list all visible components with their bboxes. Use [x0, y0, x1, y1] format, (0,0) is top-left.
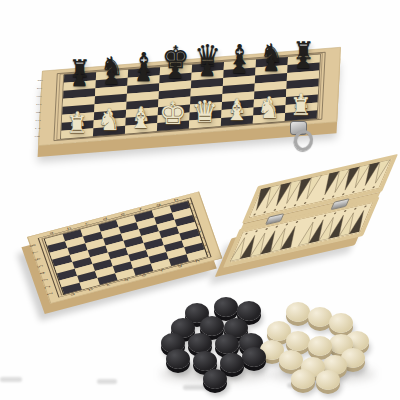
backgammon-point-dark[interactable]: [281, 225, 301, 250]
square[interactable]: ♚: [157, 121, 189, 132]
white-checkers-pile: [262, 300, 372, 395]
white-king[interactable]: ♚: [156, 98, 190, 129]
peg-hole: [352, 191, 355, 193]
white-knight[interactable]: ♞: [92, 108, 126, 134]
latch-clasp: [286, 121, 312, 153]
backgammon-point-dark[interactable]: [320, 171, 340, 196]
watermark-smudge: [0, 377, 22, 382]
black-checkers-pile: [150, 295, 270, 395]
black-checker[interactable]: [214, 297, 238, 317]
white-bishop[interactable]: ♝: [220, 97, 254, 124]
peg-hole: [313, 217, 316, 219]
black-pawn[interactable]: ♟: [286, 51, 320, 71]
peg-hole: [354, 208, 357, 210]
backgammon-board: [223, 154, 398, 268]
white-rook[interactable]: ♜: [284, 95, 318, 119]
black-pawn[interactable]: ♟: [94, 67, 128, 87]
black-checker[interactable]: [166, 349, 190, 369]
white-checker[interactable]: [308, 336, 332, 356]
product-photo: ♜♞♝♚♛♝♞♜♟♟♟♟♟♟♟♟♟♟♟♟♟♟♟♟♜♞♝♚♛♝♞♜ hgfedcb…: [0, 0, 400, 400]
black-checker[interactable]: [215, 334, 239, 354]
white-checker[interactable]: [316, 370, 340, 390]
black-checker[interactable]: [220, 353, 244, 373]
black-pawn[interactable]: ♟: [190, 59, 224, 79]
square[interactable]: ♞: [93, 126, 125, 137]
black-pawn[interactable]: ♟: [62, 69, 96, 89]
white-checker[interactable]: [279, 350, 303, 370]
peg-hole: [253, 213, 256, 215]
square[interactable]: ♛: [189, 118, 221, 129]
white-rook[interactable]: ♜: [60, 113, 94, 137]
white-knight[interactable]: ♞: [252, 96, 286, 122]
white-checker[interactable]: [286, 302, 310, 322]
square[interactable]: ♝: [221, 115, 253, 126]
black-pawn[interactable]: ♟: [158, 61, 192, 81]
white-checker[interactable]: [291, 369, 315, 389]
black-pawn[interactable]: ♟: [222, 56, 256, 76]
backgammon-point-dark[interactable]: [349, 209, 369, 234]
peg-hole: [255, 230, 258, 232]
peg-hole: [283, 206, 286, 208]
peg-hole: [372, 186, 375, 188]
white-checker[interactable]: [286, 331, 310, 351]
peg-hole: [263, 211, 266, 213]
peg-hole: [295, 221, 298, 223]
black-checker[interactable]: [193, 351, 217, 371]
rank-labels-right: 87654321: [320, 53, 335, 118]
backgammon-point-dark[interactable]: [251, 187, 271, 212]
black-checker[interactable]: [203, 369, 227, 389]
peg-hole: [275, 225, 278, 227]
peg-hole: [294, 204, 297, 206]
flat-chessboard: abcdefgh abcdefgh 87654321 87654321: [27, 191, 222, 303]
peg-hole: [364, 205, 367, 207]
square[interactable]: ♜: [61, 128, 93, 139]
peg-hole: [323, 214, 326, 216]
peg-hole: [362, 188, 365, 190]
peg-hole: [245, 232, 248, 234]
white-checker[interactable]: [329, 313, 353, 333]
peg-hole: [334, 212, 337, 214]
peg-hole: [322, 198, 325, 200]
peg-hole: [304, 202, 307, 204]
white-bishop[interactable]: ♝: [124, 105, 158, 132]
peg-hole: [273, 209, 276, 211]
black-pawn[interactable]: ♟: [126, 64, 160, 84]
black-checker[interactable]: [242, 347, 266, 367]
peg-hole: [332, 195, 335, 197]
chess-grid: ♜♞♝♚♛♝♞♜♟♟♟♟♟♟♟♟♟♟♟♟♟♟♟♟♜♞♝♚♛♝♞♜: [60, 54, 321, 139]
square[interactable]: ♝: [125, 123, 157, 134]
watermark-smudge: [97, 379, 117, 384]
square[interactable]: ♜: [285, 110, 317, 121]
peg-hole: [285, 223, 288, 225]
black-checker[interactable]: [188, 333, 212, 353]
square[interactable]: ♞: [253, 113, 285, 124]
peg-hole: [344, 210, 347, 212]
white-queen[interactable]: ♛: [188, 97, 222, 127]
peg-hole: [265, 228, 268, 230]
peg-hole: [342, 193, 345, 195]
rank-labels-left: 87654321: [44, 75, 59, 140]
black-pawn[interactable]: ♟: [254, 54, 288, 74]
